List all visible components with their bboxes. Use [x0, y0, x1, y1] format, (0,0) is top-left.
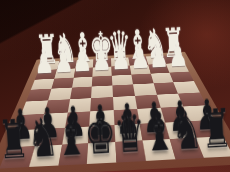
white-pawn[interactable]: ♟ — [72, 42, 93, 76]
white-pawn[interactable]: ♟ — [148, 38, 169, 72]
table-surface: ♜♞♝♚♛♝♞♜♟♟♟♟♟♟♟♟♟♟♟♟♟♟♟♟♜♞♝♚♛♝♞♜ — [0, 0, 230, 172]
square-f3[interactable] — [72, 76, 93, 87]
square-f8[interactable]: ♝ — [58, 144, 89, 166]
white-pawn[interactable]: ♟ — [129, 39, 150, 73]
board-grid: ♜♞♝♚♛♝♞♜♟♟♟♟♟♟♟♟♟♟♟♟♟♟♟♟♜♞♝♚♛♝♞♜ — [0, 55, 230, 169]
square-e8[interactable]: ♚ — [87, 142, 116, 164]
white-pawn[interactable]: ♟ — [110, 40, 131, 74]
white-pawn[interactable]: ♟ — [33, 44, 54, 78]
black-rook[interactable]: ♜ — [200, 101, 230, 156]
square-d8[interactable]: ♛ — [115, 141, 145, 163]
white-pawn[interactable]: ♟ — [167, 37, 188, 71]
board-frame: ♜♞♝♚♛♝♞♜♟♟♟♟♟♟♟♟♟♟♟♟♟♟♟♟♜♞♝♚♛♝♞♜ — [0, 52, 230, 172]
white-pawn[interactable]: ♟ — [91, 41, 112, 75]
square-a8[interactable]: ♜ — [196, 137, 230, 158]
square-b8[interactable]: ♞ — [169, 138, 204, 159]
chessboard: ♜♞♝♚♛♝♞♜♟♟♟♟♟♟♟♟♟♟♟♟♟♟♟♟♜♞♝♚♛♝♞♜ — [13, 0, 213, 172]
square-c8[interactable]: ♝ — [142, 139, 175, 161]
black-queen[interactable]: ♛ — [112, 105, 146, 160]
